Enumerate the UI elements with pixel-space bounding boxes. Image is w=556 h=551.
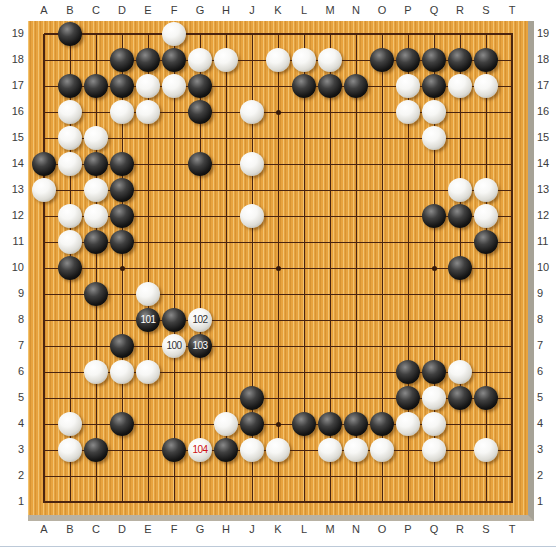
row-label-right: 13 — [537, 183, 556, 196]
stone-black[interactable] — [110, 412, 134, 436]
stone-white[interactable] — [162, 22, 186, 46]
stone-white[interactable] — [58, 204, 82, 228]
column-label-bottom: O — [369, 523, 395, 536]
column-label-bottom: T — [499, 523, 525, 536]
row-label-left: 19 — [2, 27, 24, 40]
stone-black[interactable] — [188, 152, 212, 176]
stone-black[interactable] — [84, 230, 108, 254]
move-number-label: 102 — [192, 315, 207, 325]
row-label-left: 17 — [2, 79, 24, 92]
row-label-left: 15 — [2, 131, 24, 144]
column-label-top: P — [395, 4, 421, 17]
stone-black[interactable] — [448, 256, 472, 280]
row-label-left: 9 — [2, 287, 24, 300]
row-label-left: 4 — [2, 417, 24, 430]
stone-black[interactable] — [84, 282, 108, 306]
stone-white[interactable] — [58, 412, 82, 436]
stone-black[interactable] — [136, 48, 160, 72]
stone-white[interactable] — [240, 152, 264, 176]
stone-white[interactable] — [84, 126, 108, 150]
stone-black[interactable] — [110, 152, 134, 176]
stone-black[interactable] — [58, 256, 82, 280]
stone-black[interactable] — [110, 334, 134, 358]
column-label-bottom: M — [317, 523, 343, 536]
stone-black[interactable] — [58, 22, 82, 46]
row-label-left: 16 — [2, 105, 24, 118]
stone-black[interactable] — [370, 412, 394, 436]
row-label-left: 13 — [2, 183, 24, 196]
row-label-right: 16 — [537, 105, 556, 118]
stone-white[interactable] — [84, 204, 108, 228]
stone-black[interactable] — [318, 412, 342, 436]
row-label-left: 8 — [2, 313, 24, 326]
stone-white[interactable]: 102 — [188, 308, 212, 332]
column-label-top: R — [447, 4, 473, 17]
row-label-left: 14 — [2, 157, 24, 170]
stone-white[interactable] — [448, 74, 472, 98]
column-label-top: L — [291, 4, 317, 17]
column-label-bottom: E — [135, 523, 161, 536]
column-label-top: T — [499, 4, 525, 17]
row-label-left: 12 — [2, 209, 24, 222]
column-label-top: F — [161, 4, 187, 17]
stone-black[interactable] — [396, 48, 420, 72]
stone-white[interactable] — [32, 178, 56, 202]
row-label-right: 3 — [537, 443, 556, 456]
stone-black[interactable] — [422, 74, 446, 98]
stone-white[interactable] — [422, 412, 446, 436]
stone-black[interactable] — [188, 74, 212, 98]
column-label-bottom: S — [473, 523, 499, 536]
row-label-right: 7 — [537, 339, 556, 352]
stone-white[interactable] — [162, 74, 186, 98]
row-label-right: 1 — [537, 495, 556, 508]
row-label-right: 9 — [537, 287, 556, 300]
row-label-left: 6 — [2, 365, 24, 378]
row-label-right: 18 — [537, 53, 556, 66]
stone-black[interactable] — [214, 438, 238, 462]
column-label-bottom: Q — [421, 523, 447, 536]
row-label-left: 5 — [2, 391, 24, 404]
board-grid-line — [44, 501, 513, 503]
stone-black[interactable] — [422, 204, 446, 228]
column-label-top: D — [109, 4, 135, 17]
stone-black[interactable] — [188, 100, 212, 124]
row-label-right: 5 — [537, 391, 556, 404]
stone-white[interactable] — [422, 386, 446, 410]
row-label-right: 17 — [537, 79, 556, 92]
stone-black[interactable] — [448, 204, 472, 228]
column-label-bottom: N — [343, 523, 369, 536]
row-label-right: 19 — [537, 27, 556, 40]
column-label-top: C — [83, 4, 109, 17]
stone-black[interactable] — [84, 438, 108, 462]
row-label-left: 18 — [2, 53, 24, 66]
stone-black[interactable] — [162, 438, 186, 462]
stone-black[interactable] — [448, 48, 472, 72]
stone-white[interactable] — [240, 204, 264, 228]
row-label-right: 8 — [537, 313, 556, 326]
column-label-bottom: G — [187, 523, 213, 536]
window-bottom-edge — [0, 546, 556, 547]
go-diagram-screen: 101102100103104 AABBCCDDEEFFGGHHJJKKLLMM… — [0, 0, 556, 551]
row-label-left: 10 — [2, 261, 24, 274]
stone-white[interactable] — [214, 48, 238, 72]
stone-black[interactable] — [110, 230, 134, 254]
stone-black[interactable] — [474, 230, 498, 254]
column-label-bottom: P — [395, 523, 421, 536]
column-label-bottom: J — [239, 523, 265, 536]
star-point — [276, 266, 281, 271]
go-board[interactable]: 101102100103104 — [28, 21, 534, 521]
stone-white[interactable]: 100 — [162, 334, 186, 358]
row-label-right: 2 — [537, 469, 556, 482]
stone-black[interactable] — [110, 178, 134, 202]
column-label-top: Q — [421, 4, 447, 17]
stone-black[interactable] — [110, 204, 134, 228]
column-label-top: J — [239, 4, 265, 17]
row-label-right: 4 — [537, 417, 556, 430]
stone-black[interactable] — [344, 74, 368, 98]
stone-white[interactable] — [266, 48, 290, 72]
star-point — [276, 422, 281, 427]
column-label-bottom: C — [83, 523, 109, 536]
stone-black[interactable] — [422, 48, 446, 72]
stone-white[interactable] — [110, 360, 134, 384]
stone-white[interactable] — [58, 126, 82, 150]
column-label-bottom: L — [291, 523, 317, 536]
stone-white[interactable] — [396, 412, 420, 436]
column-label-top: O — [369, 4, 395, 17]
stone-white[interactable] — [474, 204, 498, 228]
row-label-left: 3 — [2, 443, 24, 456]
column-label-top: N — [343, 4, 369, 17]
stone-white[interactable]: 104 — [188, 438, 212, 462]
column-label-bottom: R — [447, 523, 473, 536]
row-label-left: 11 — [2, 235, 24, 248]
column-label-top: H — [213, 4, 239, 17]
column-label-bottom: B — [57, 523, 83, 536]
stone-black[interactable]: 101 — [136, 308, 160, 332]
row-label-right: 10 — [537, 261, 556, 274]
stone-black[interactable] — [162, 308, 186, 332]
move-number-label: 103 — [192, 341, 207, 351]
stone-white[interactable] — [396, 100, 420, 124]
stone-black[interactable] — [58, 74, 82, 98]
board-grid-line — [486, 34, 487, 503]
row-label-right: 11 — [537, 235, 556, 248]
stone-black[interactable] — [162, 48, 186, 72]
stone-black[interactable] — [396, 360, 420, 384]
stone-white[interactable] — [214, 412, 238, 436]
stone-black[interactable] — [110, 74, 134, 98]
stone-black[interactable] — [292, 74, 316, 98]
row-label-right: 14 — [537, 157, 556, 170]
stone-white[interactable] — [422, 126, 446, 150]
stone-black[interactable] — [474, 386, 498, 410]
stone-white[interactable] — [58, 152, 82, 176]
stone-black[interactable]: 103 — [188, 334, 212, 358]
move-number-label: 104 — [192, 445, 207, 455]
column-label-top: A — [31, 4, 57, 17]
column-label-bottom: A — [31, 523, 57, 536]
move-number-label: 100 — [166, 341, 181, 351]
stone-white[interactable] — [370, 438, 394, 462]
stone-black[interactable] — [240, 386, 264, 410]
stone-black[interactable] — [110, 48, 134, 72]
stone-white[interactable] — [474, 74, 498, 98]
stone-black[interactable] — [292, 412, 316, 436]
column-label-bottom: F — [161, 523, 187, 536]
stone-white[interactable] — [110, 100, 134, 124]
stone-white[interactable] — [422, 438, 446, 462]
board-grid-line — [511, 34, 513, 503]
stone-black[interactable] — [318, 74, 342, 98]
stone-white[interactable] — [188, 48, 212, 72]
stone-black[interactable] — [84, 152, 108, 176]
stone-white[interactable] — [136, 360, 160, 384]
star-point — [276, 110, 281, 115]
stone-white[interactable] — [318, 48, 342, 72]
column-label-top: E — [135, 4, 161, 17]
stone-white[interactable] — [136, 74, 160, 98]
stone-black[interactable] — [344, 412, 368, 436]
row-label-left: 2 — [2, 469, 24, 482]
move-number-label: 101 — [140, 315, 155, 325]
stone-white[interactable] — [58, 100, 82, 124]
stone-white[interactable] — [292, 48, 316, 72]
stone-white[interactable] — [318, 438, 342, 462]
row-label-left: 1 — [2, 495, 24, 508]
row-label-left: 7 — [2, 339, 24, 352]
stone-white[interactable] — [240, 438, 264, 462]
column-label-bottom: D — [109, 523, 135, 536]
row-label-right: 12 — [537, 209, 556, 222]
row-label-right: 6 — [537, 365, 556, 378]
stone-white[interactable] — [474, 178, 498, 202]
star-point — [120, 266, 125, 271]
stone-black[interactable] — [32, 152, 56, 176]
board-grid-line — [44, 476, 513, 477]
stone-white[interactable] — [474, 438, 498, 462]
board-grid-line — [44, 320, 513, 321]
stone-white[interactable] — [136, 282, 160, 306]
stone-black[interactable] — [84, 74, 108, 98]
column-label-top: B — [57, 4, 83, 17]
stone-white[interactable] — [448, 178, 472, 202]
stone-white[interactable] — [136, 100, 160, 124]
column-label-bottom: K — [265, 523, 291, 536]
stone-black[interactable] — [448, 386, 472, 410]
star-point — [432, 266, 437, 271]
column-label-top: S — [473, 4, 499, 17]
stone-white[interactable] — [58, 230, 82, 254]
stone-white[interactable] — [344, 438, 368, 462]
stone-black[interactable] — [422, 360, 446, 384]
stone-white[interactable] — [84, 178, 108, 202]
stone-black[interactable] — [396, 386, 420, 410]
stone-white[interactable] — [396, 74, 420, 98]
stone-white[interactable] — [448, 360, 472, 384]
column-label-top: M — [317, 4, 343, 17]
stone-black[interactable] — [370, 48, 394, 72]
stone-white[interactable] — [58, 438, 82, 462]
row-label-right: 15 — [537, 131, 556, 144]
column-label-top: G — [187, 4, 213, 17]
column-label-top: K — [265, 4, 291, 17]
stone-white[interactable] — [84, 360, 108, 384]
stone-white[interactable] — [240, 100, 264, 124]
stone-black[interactable] — [474, 48, 498, 72]
stone-white[interactable] — [266, 438, 290, 462]
board-grid-line — [44, 294, 513, 295]
stone-white[interactable] — [422, 100, 446, 124]
stone-black[interactable] — [240, 412, 264, 436]
column-label-bottom: H — [213, 523, 239, 536]
